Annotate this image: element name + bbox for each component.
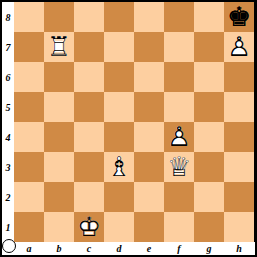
square-f6[interactable]: [164, 62, 194, 92]
board: ♚♚♜♖♟♙♟♙♝♗♛♕♚♔: [14, 2, 254, 242]
white-bishop-outline-glyph: ♗: [104, 152, 134, 182]
square-c8[interactable]: [74, 2, 104, 32]
file-label-c: c: [74, 242, 104, 255]
square-d7[interactable]: [104, 32, 134, 62]
square-d8[interactable]: [104, 2, 134, 32]
square-c3[interactable]: [74, 152, 104, 182]
file-label-d: d: [104, 242, 134, 255]
square-e5[interactable]: [134, 92, 164, 122]
white-pawn-outline-glyph: ♙: [164, 122, 194, 152]
square-d5[interactable]: [104, 92, 134, 122]
square-b6[interactable]: [44, 62, 74, 92]
square-g4[interactable]: [194, 122, 224, 152]
square-h7[interactable]: ♟♙: [224, 32, 254, 62]
black-king-h8[interactable]: ♚♚: [224, 2, 254, 32]
rank-label-6: 6: [2, 62, 14, 92]
chess-board-frame: 87654321 ♚♚♜♖♟♙♟♙♝♗♛♕♚♔ abcdefgh: [0, 0, 257, 257]
square-a7[interactable]: [14, 32, 44, 62]
square-h1[interactable]: [224, 212, 254, 242]
file-label-a: a: [14, 242, 44, 255]
square-d2[interactable]: [104, 182, 134, 212]
square-h4[interactable]: [224, 122, 254, 152]
square-d4[interactable]: [104, 122, 134, 152]
file-label-b: b: [44, 242, 74, 255]
square-c1[interactable]: ♚♔: [74, 212, 104, 242]
square-c7[interactable]: [74, 32, 104, 62]
rank-label-1: 1: [2, 212, 14, 242]
square-f1[interactable]: [164, 212, 194, 242]
square-g7[interactable]: [194, 32, 224, 62]
white-king-c1[interactable]: ♚♔: [74, 212, 104, 242]
rank-label-4: 4: [2, 122, 14, 152]
file-label-f: f: [164, 242, 194, 255]
white-rook-b7[interactable]: ♜♖: [44, 32, 74, 62]
square-a3[interactable]: [14, 152, 44, 182]
square-d6[interactable]: [104, 62, 134, 92]
square-f3[interactable]: ♛♕: [164, 152, 194, 182]
square-a6[interactable]: [14, 62, 44, 92]
square-g8[interactable]: [194, 2, 224, 32]
square-e2[interactable]: [134, 182, 164, 212]
square-f8[interactable]: [164, 2, 194, 32]
white-bishop-d3[interactable]: ♝♗: [104, 152, 134, 182]
square-a4[interactable]: [14, 122, 44, 152]
rank-label-3: 3: [2, 152, 14, 182]
square-b8[interactable]: [44, 2, 74, 32]
rank-label-5: 5: [2, 92, 14, 122]
white-to-move-icon: [2, 239, 16, 253]
square-b4[interactable]: [44, 122, 74, 152]
rank-label-8: 8: [2, 2, 14, 32]
square-f7[interactable]: [164, 32, 194, 62]
square-b1[interactable]: [44, 212, 74, 242]
rank-labels: 87654321: [2, 2, 14, 242]
square-g3[interactable]: [194, 152, 224, 182]
square-g1[interactable]: [194, 212, 224, 242]
square-b3[interactable]: [44, 152, 74, 182]
square-a5[interactable]: [14, 92, 44, 122]
square-d1[interactable]: [104, 212, 134, 242]
white-queen-f3[interactable]: ♛♕: [164, 152, 194, 182]
square-h2[interactable]: [224, 182, 254, 212]
white-pawn-f4[interactable]: ♟♙: [164, 122, 194, 152]
square-h5[interactable]: [224, 92, 254, 122]
square-c2[interactable]: [74, 182, 104, 212]
square-b2[interactable]: [44, 182, 74, 212]
square-h3[interactable]: [224, 152, 254, 182]
square-b7[interactable]: ♜♖: [44, 32, 74, 62]
square-e3[interactable]: [134, 152, 164, 182]
square-e7[interactable]: [134, 32, 164, 62]
white-queen-outline-glyph: ♕: [164, 152, 194, 182]
rank-label-7: 7: [2, 32, 14, 62]
black-king-outline-glyph: ♚: [224, 2, 254, 32]
square-g5[interactable]: [194, 92, 224, 122]
square-f5[interactable]: [164, 92, 194, 122]
square-e1[interactable]: [134, 212, 164, 242]
square-c4[interactable]: [74, 122, 104, 152]
bottom-strip: abcdefgh: [2, 242, 255, 255]
square-f2[interactable]: [164, 182, 194, 212]
square-f4[interactable]: ♟♙: [164, 122, 194, 152]
square-g2[interactable]: [194, 182, 224, 212]
square-d3[interactable]: ♝♗: [104, 152, 134, 182]
square-e6[interactable]: [134, 62, 164, 92]
square-h8[interactable]: ♚♚: [224, 2, 254, 32]
file-label-e: e: [134, 242, 164, 255]
square-c6[interactable]: [74, 62, 104, 92]
square-a8[interactable]: [14, 2, 44, 32]
file-label-g: g: [194, 242, 224, 255]
white-pawn-outline-glyph: ♙: [224, 32, 254, 62]
white-pawn-h7[interactable]: ♟♙: [224, 32, 254, 62]
square-e8[interactable]: [134, 2, 164, 32]
file-labels: abcdefgh: [14, 242, 254, 255]
square-e4[interactable]: [134, 122, 164, 152]
white-king-outline-glyph: ♔: [74, 212, 104, 242]
square-b5[interactable]: [44, 92, 74, 122]
white-rook-outline-glyph: ♖: [44, 32, 74, 62]
square-a2[interactable]: [14, 182, 44, 212]
square-c5[interactable]: [74, 92, 104, 122]
square-h6[interactable]: [224, 62, 254, 92]
square-a1[interactable]: [14, 212, 44, 242]
file-label-h: h: [224, 242, 254, 255]
rank-label-2: 2: [2, 182, 14, 212]
square-g6[interactable]: [194, 62, 224, 92]
